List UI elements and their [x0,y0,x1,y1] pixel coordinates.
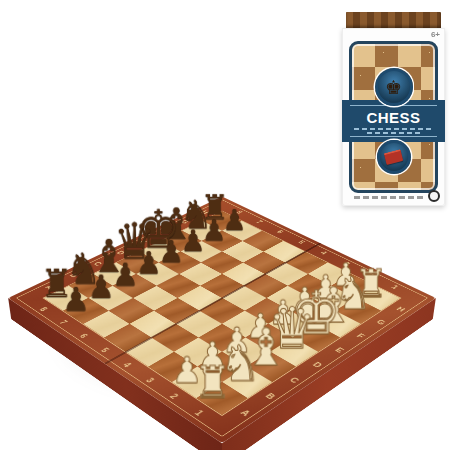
box-subtitle-line [367,132,421,134]
box-subtitle-line [354,128,432,130]
product-photo: 87654321 87654321 HGFEDCBA HGFEDCBA ♜♟♟♜… [0,0,450,450]
age-rating-badge: 6+ [431,30,440,39]
box-title: CHESS [342,109,445,126]
folded-box-badge [377,140,411,174]
chess-board: 87654321 87654321 HGFEDCBA HGFEDCBA ♜♟♟♜… [8,196,436,443]
board-grid: ♜♟♟♜♞♟♟♞♝♟♟♝♚♟♟♚♛♟♟♛♝♟♟♝♞♟♟♞♜♟♟♜ [44,211,400,415]
product-box: 6+ ♚ CHESS [342,10,445,206]
box-front-face: 6+ ♚ CHESS [342,28,445,206]
title-band: CHESS [342,100,445,142]
square-b5 [129,311,175,338]
king-badge: ♚ [375,68,413,106]
folded-box-icon [384,149,403,165]
white-rook: ♜ [194,360,231,405]
fine-print [354,196,425,199]
box-top-face [344,10,443,28]
king-icon: ♚ [385,78,402,97]
black-pawn: ♟ [60,283,93,316]
brand-logo [428,190,440,202]
